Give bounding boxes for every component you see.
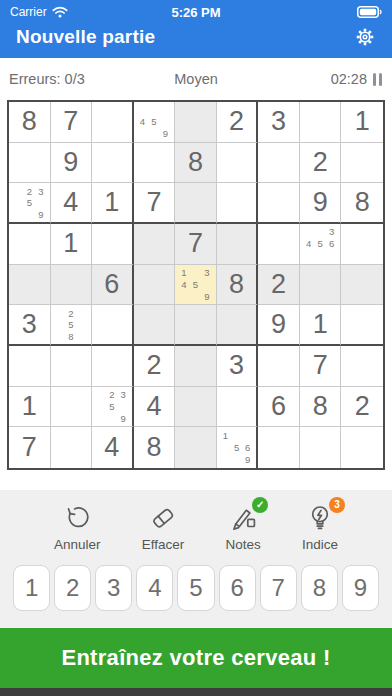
pause-icon — [379, 73, 382, 86]
pencil-icon: ✓ — [227, 502, 259, 534]
cell-r3c2[interactable]: 4 — [51, 183, 93, 224]
banner-text: Entraînez votre cerveau ! — [61, 645, 330, 671]
cell-r2c1[interactable] — [9, 143, 51, 184]
wifi-icon — [52, 6, 68, 18]
cell-r1c8[interactable] — [300, 102, 342, 143]
numpad-6[interactable]: 6 — [219, 565, 256, 611]
cell-value: 7 — [146, 187, 161, 218]
cell-r4c2[interactable]: 1 — [51, 224, 93, 265]
cell-value: 6 — [271, 391, 286, 422]
cell-value: 3 — [271, 106, 286, 137]
pause-icon — [373, 73, 376, 86]
cell-value: 2 — [271, 269, 286, 300]
cell-r4c3[interactable] — [92, 224, 134, 265]
cell-r3c5[interactable] — [175, 183, 217, 224]
cell-r5c1[interactable] — [9, 265, 51, 306]
cell-r3c6[interactable] — [217, 183, 259, 224]
cell-r9c2[interactable] — [51, 427, 93, 468]
notes-label: Notes — [225, 537, 260, 552]
cell-value: 7 — [63, 106, 78, 137]
hints-count-badge: 3 — [329, 497, 345, 513]
carrier-label: Carrier — [10, 5, 47, 19]
cell-r8c7[interactable]: 6 — [258, 387, 300, 428]
cell-r7c7[interactable] — [258, 346, 300, 387]
cell-r6c7[interactable]: 9 — [258, 305, 300, 346]
cell-value: 6 — [104, 269, 119, 300]
cell-r2c9[interactable] — [341, 143, 383, 184]
numpad-9[interactable]: 9 — [342, 565, 379, 611]
status-bar: Carrier 5:26 PM — [0, 0, 392, 24]
app-root: Carrier 5:26 PM Nouvelle partie — [0, 0, 392, 696]
difficulty-label: Moyen — [174, 71, 218, 87]
cell-r1c7[interactable]: 3 — [258, 102, 300, 143]
cell-r8c8[interactable]: 8 — [300, 387, 342, 428]
cell-r4c1[interactable] — [9, 224, 51, 265]
undo-icon — [61, 502, 93, 534]
carrier-area: Carrier — [10, 5, 68, 19]
cell-r9c5[interactable] — [175, 427, 217, 468]
undo-button[interactable]: Annuler — [54, 502, 101, 552]
pencil-notes: 258 — [51, 305, 92, 344]
cell-r6c5[interactable] — [175, 305, 217, 346]
info-bar: Erreurs: 0/3 Moyen 02:28 — [0, 58, 392, 100]
cell-value: 8 — [313, 391, 328, 422]
numpad-8[interactable]: 8 — [301, 565, 338, 611]
cell-r1c5[interactable] — [175, 102, 217, 143]
cell-r2c6[interactable] — [217, 143, 259, 184]
cell-value: 8 — [355, 187, 370, 218]
hint-label: Indice — [302, 537, 338, 552]
cell-r7c3[interactable] — [92, 346, 134, 387]
cell-r1c9[interactable]: 1 — [341, 102, 383, 143]
pencil-notes: 459 — [134, 102, 175, 142]
cell-r5c7[interactable]: 2 — [258, 265, 300, 306]
cell-value: 2 — [313, 147, 328, 178]
page-title: Nouvelle partie — [16, 26, 155, 48]
cell-r4c6[interactable] — [217, 224, 259, 265]
cell-r2c8[interactable]: 2 — [300, 143, 342, 184]
pencil-notes: 2359 — [9, 183, 50, 222]
cell-r6c6[interactable] — [217, 305, 259, 346]
cell-r7c5[interactable] — [175, 346, 217, 387]
cell-r4c7[interactable] — [258, 224, 300, 265]
cell-value: 4 — [146, 391, 161, 422]
cell-r5c8[interactable] — [300, 265, 342, 306]
cell-value: 2 — [229, 106, 244, 137]
cell-r1c6[interactable]: 2 — [217, 102, 259, 143]
cell-value: 9 — [313, 187, 328, 218]
cell-r6c4[interactable] — [134, 305, 176, 346]
sudoku-board: 8745923198223594179817345661345982325891… — [7, 100, 385, 470]
notes-button[interactable]: ✓ Notes — [225, 502, 260, 552]
undo-label: Annuler — [54, 537, 101, 552]
cell-r5c9[interactable] — [341, 265, 383, 306]
cell-r4c9[interactable] — [341, 224, 383, 265]
lightbulb-icon: 3 — [304, 502, 336, 534]
cell-r9c7[interactable] — [258, 427, 300, 468]
cell-r6c9[interactable] — [341, 305, 383, 346]
bottom-dark-bar — [0, 688, 392, 696]
numpad: 123456789 — [0, 552, 392, 611]
gear-icon — [352, 24, 378, 50]
cell-r3c9[interactable]: 8 — [341, 183, 383, 224]
cell-r5c2[interactable] — [51, 265, 93, 306]
cell-r9c1[interactable]: 7 — [9, 427, 51, 468]
errors-counter: Erreurs: 0/3 — [9, 71, 85, 87]
cell-r8c3[interactable]: 2359 — [92, 387, 134, 428]
cell-r1c2[interactable]: 7 — [51, 102, 93, 143]
cell-r8c5[interactable] — [175, 387, 217, 428]
cell-r6c2[interactable]: 258 — [51, 305, 93, 346]
cell-value: 7 — [313, 350, 328, 381]
cell-r7c2[interactable] — [51, 346, 93, 387]
cell-value: 9 — [271, 309, 286, 340]
cell-value: 8 — [22, 106, 37, 137]
board-panel-gap — [0, 470, 392, 490]
cell-r5c5[interactable]: 13459 — [175, 265, 217, 306]
cell-r8c2[interactable] — [51, 387, 93, 428]
clock-label: 5:26 PM — [171, 5, 220, 20]
cell-r5c6[interactable]: 8 — [217, 265, 259, 306]
numpad-7[interactable]: 7 — [260, 565, 297, 611]
cell-value: 3 — [22, 309, 37, 340]
cell-r3c8[interactable]: 9 — [300, 183, 342, 224]
cell-r7c9[interactable] — [341, 346, 383, 387]
promo-banner[interactable]: Entraînez votre cerveau ! — [0, 628, 392, 688]
cell-r6c8[interactable]: 1 — [300, 305, 342, 346]
cell-r4c8[interactable]: 3456 — [300, 224, 342, 265]
cell-value: 1 — [104, 187, 119, 218]
pencil-notes: 3456 — [300, 224, 341, 264]
pause-button[interactable] — [372, 72, 383, 87]
timer-area: 02:28 — [331, 71, 383, 87]
cell-r3c3[interactable]: 1 — [92, 183, 134, 224]
pencil-notes: 2359 — [92, 387, 132, 427]
cell-r7c8[interactable]: 7 — [300, 346, 342, 387]
cell-value: 3 — [229, 350, 244, 381]
cell-r2c3[interactable] — [92, 143, 134, 184]
app-header: Nouvelle partie — [0, 24, 392, 58]
pencil-notes: 13459 — [175, 265, 216, 305]
cell-r5c4[interactable] — [134, 265, 176, 306]
cell-r8c4[interactable]: 4 — [134, 387, 176, 428]
cell-value: 8 — [146, 432, 161, 463]
cell-r3c4[interactable]: 7 — [134, 183, 176, 224]
cell-value: 7 — [188, 228, 203, 259]
numpad-1[interactable]: 1 — [13, 565, 50, 611]
cell-r9c9[interactable] — [341, 427, 383, 468]
cell-value: 2 — [146, 350, 161, 381]
hint-button[interactable]: 3 Indice — [302, 502, 338, 552]
toolbar: Annuler Effacer — [0, 502, 392, 552]
cell-value: 9 — [63, 147, 78, 178]
cell-value: 1 — [313, 309, 328, 340]
cell-r6c3[interactable] — [92, 305, 134, 346]
cell-value: 1 — [22, 391, 37, 422]
numpad-2[interactable]: 2 — [54, 565, 91, 611]
eraser-icon — [147, 502, 179, 534]
numpad-5[interactable]: 5 — [177, 565, 214, 611]
cell-value: 2 — [355, 391, 370, 422]
cell-r2c4[interactable] — [134, 143, 176, 184]
cell-r6c1[interactable]: 3 — [9, 305, 51, 346]
cell-r2c7[interactable] — [258, 143, 300, 184]
cell-r7c4[interactable]: 2 — [134, 346, 176, 387]
pencil-notes: 1569 — [217, 427, 257, 468]
cell-r4c4[interactable] — [134, 224, 176, 265]
cell-value: 1 — [63, 228, 78, 259]
erase-label: Effacer — [142, 537, 185, 552]
cell-r4c5[interactable]: 7 — [175, 224, 217, 265]
cell-r9c8[interactable] — [300, 427, 342, 468]
cell-value: 8 — [188, 147, 203, 178]
cell-r8c9[interactable]: 2 — [341, 387, 383, 428]
cell-r2c5[interactable]: 8 — [175, 143, 217, 184]
cell-r1c4[interactable]: 459 — [134, 102, 176, 143]
cell-r5c3[interactable]: 6 — [92, 265, 134, 306]
cell-value: 7 — [22, 432, 37, 463]
cell-value: 4 — [104, 432, 119, 463]
timer-label: 02:28 — [331, 71, 367, 87]
cell-r2c2[interactable]: 9 — [51, 143, 93, 184]
numpad-3[interactable]: 3 — [95, 565, 132, 611]
cell-r3c7[interactable] — [258, 183, 300, 224]
cell-value: 4 — [63, 187, 78, 218]
cell-r7c1[interactable] — [9, 346, 51, 387]
numpad-4[interactable]: 4 — [136, 565, 173, 611]
cell-r1c1[interactable]: 8 — [9, 102, 51, 143]
cell-r3c1[interactable]: 2359 — [9, 183, 51, 224]
erase-button[interactable]: Effacer — [142, 502, 185, 552]
battery-icon — [357, 6, 382, 18]
cell-r9c6[interactable]: 1569 — [217, 427, 259, 468]
notes-active-badge: ✓ — [252, 497, 268, 513]
cell-r1c3[interactable] — [92, 102, 134, 143]
cell-r7c6[interactable]: 3 — [217, 346, 259, 387]
cell-value: 8 — [229, 269, 244, 300]
cell-value: 1 — [355, 106, 370, 137]
cell-r9c3[interactable]: 4 — [92, 427, 134, 468]
cell-r8c1[interactable]: 1 — [9, 387, 51, 428]
settings-button[interactable] — [352, 24, 378, 50]
cell-r8c6[interactable] — [217, 387, 259, 428]
cell-r9c4[interactable]: 8 — [134, 427, 176, 468]
control-panel: Annuler Effacer — [0, 490, 392, 628]
